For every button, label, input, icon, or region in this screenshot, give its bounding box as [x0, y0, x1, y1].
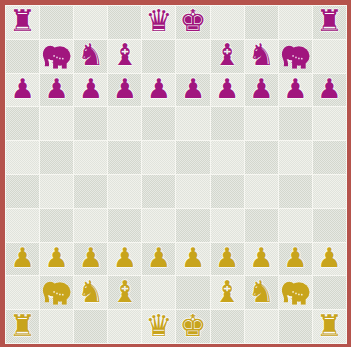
square-i6[interactable] [279, 141, 312, 174]
piece-gold-rook[interactable]: ♜ [9, 311, 36, 341]
square-j3[interactable]: ♟ [313, 243, 346, 276]
square-c3[interactable]: ♟ [74, 243, 107, 276]
square-a4[interactable] [6, 209, 39, 242]
piece-purple-knight[interactable]: ♞ [248, 40, 275, 70]
piece-gold-pawn[interactable]: ♟ [45, 244, 69, 271]
square-e9[interactable] [142, 40, 175, 73]
piece-purple-pawn[interactable]: ♟ [181, 75, 205, 102]
piece-gold-pawn[interactable]: ♟ [181, 244, 205, 271]
square-d9[interactable]: ♝ [108, 40, 141, 73]
piece-purple-bishop[interactable]: ♝ [214, 40, 241, 70]
square-e1[interactable]: ♛ [142, 310, 175, 343]
chess-board: ♜♛♚♜♞♝♝♞♟♟♟♟♟♟♟♟♟♟♟♟♟♟♟♟♟♟♟♟♞♝♝♞♜♛♚♜ [5, 5, 347, 344]
square-a1[interactable]: ♜ [6, 310, 39, 343]
square-f4[interactable] [176, 209, 209, 242]
square-c8[interactable]: ♟ [74, 74, 107, 107]
square-b3[interactable]: ♟ [40, 243, 73, 276]
piece-purple-pawn[interactable]: ♟ [113, 75, 137, 102]
piece-purple-pawn[interactable]: ♟ [249, 75, 273, 102]
square-f9[interactable] [176, 40, 209, 73]
square-g5[interactable] [211, 175, 244, 208]
square-h4[interactable] [245, 209, 278, 242]
square-b5[interactable] [40, 175, 73, 208]
square-b6[interactable] [40, 141, 73, 174]
piece-purple-rook[interactable]: ♜ [9, 6, 36, 36]
square-b4[interactable] [40, 209, 73, 242]
square-d8[interactable]: ♟ [108, 74, 141, 107]
piece-gold-bishop[interactable]: ♝ [111, 277, 138, 307]
square-f6[interactable] [176, 141, 209, 174]
square-b8[interactable]: ♟ [40, 74, 73, 107]
purple-elephant-icon [41, 40, 72, 71]
piece-purple-knight[interactable]: ♞ [77, 40, 104, 70]
square-g1[interactable] [211, 310, 244, 343]
piece-gold-pawn[interactable]: ♟ [283, 244, 307, 271]
piece-gold-king[interactable]: ♚ [180, 311, 207, 341]
square-i5[interactable] [279, 175, 312, 208]
piece-gold-pawn[interactable]: ♟ [79, 244, 103, 271]
square-g7[interactable] [211, 107, 244, 140]
square-h6[interactable] [245, 141, 278, 174]
square-i3[interactable]: ♟ [279, 243, 312, 276]
square-j9[interactable] [313, 40, 346, 73]
square-c4[interactable] [74, 209, 107, 242]
piece-purple-queen[interactable]: ♛ [145, 6, 172, 36]
square-i1[interactable] [279, 310, 312, 343]
square-j1[interactable]: ♜ [313, 310, 346, 343]
piece-purple-bishop[interactable]: ♝ [111, 40, 138, 70]
square-f2[interactable] [176, 276, 209, 309]
square-g2[interactable]: ♝ [211, 276, 244, 309]
piece-purple-pawn[interactable]: ♟ [79, 75, 103, 102]
piece-purple-pawn[interactable]: ♟ [317, 75, 341, 102]
square-f7[interactable] [176, 107, 209, 140]
square-b7[interactable] [40, 107, 73, 140]
gold-elephant-icon [41, 276, 72, 307]
square-i9[interactable] [279, 40, 312, 73]
square-b1[interactable] [40, 310, 73, 343]
square-e3[interactable]: ♟ [142, 243, 175, 276]
piece-gold-queen[interactable]: ♛ [145, 311, 172, 341]
board-frame: ♜♛♚♜♞♝♝♞♟♟♟♟♟♟♟♟♟♟♟♟♟♟♟♟♟♟♟♟♞♝♝♞♜♛♚♜ [0, 0, 351, 347]
square-a2[interactable] [6, 276, 39, 309]
square-a7[interactable] [6, 107, 39, 140]
square-b9[interactable] [40, 40, 73, 73]
piece-gold-bishop[interactable]: ♝ [214, 277, 241, 307]
square-h1[interactable] [245, 310, 278, 343]
square-h5[interactable] [245, 175, 278, 208]
piece-gold-elephant[interactable] [280, 276, 311, 307]
square-h10[interactable] [245, 6, 278, 39]
square-i4[interactable] [279, 209, 312, 242]
piece-purple-rook[interactable]: ♜ [316, 6, 343, 36]
square-c2[interactable]: ♞ [74, 276, 107, 309]
square-d5[interactable] [108, 175, 141, 208]
piece-gold-pawn[interactable]: ♟ [113, 244, 137, 271]
square-c5[interactable] [74, 175, 107, 208]
square-h7[interactable] [245, 107, 278, 140]
square-d4[interactable] [108, 209, 141, 242]
square-i8[interactable]: ♟ [279, 74, 312, 107]
square-e6[interactable] [142, 141, 175, 174]
square-e7[interactable] [142, 107, 175, 140]
square-j6[interactable] [313, 141, 346, 174]
square-e4[interactable] [142, 209, 175, 242]
square-d1[interactable] [108, 310, 141, 343]
square-c9[interactable]: ♞ [74, 40, 107, 73]
square-f3[interactable]: ♟ [176, 243, 209, 276]
square-d7[interactable] [108, 107, 141, 140]
piece-purple-elephant[interactable] [280, 40, 311, 71]
square-c7[interactable] [74, 107, 107, 140]
square-g4[interactable] [211, 209, 244, 242]
square-d3[interactable]: ♟ [108, 243, 141, 276]
piece-gold-pawn[interactable]: ♟ [147, 244, 171, 271]
square-a10[interactable]: ♜ [6, 6, 39, 39]
square-j10[interactable]: ♜ [313, 6, 346, 39]
square-a5[interactable] [6, 175, 39, 208]
square-g9[interactable]: ♝ [211, 40, 244, 73]
piece-gold-pawn[interactable]: ♟ [215, 244, 239, 271]
square-a6[interactable] [6, 141, 39, 174]
square-j7[interactable] [313, 107, 346, 140]
square-h2[interactable]: ♞ [245, 276, 278, 309]
square-j8[interactable]: ♟ [313, 74, 346, 107]
piece-purple-elephant[interactable] [41, 40, 72, 71]
square-e8[interactable]: ♟ [142, 74, 175, 107]
square-e5[interactable] [142, 175, 175, 208]
square-i7[interactable] [279, 107, 312, 140]
square-d10[interactable] [108, 6, 141, 39]
square-h9[interactable]: ♞ [245, 40, 278, 73]
square-c6[interactable] [74, 141, 107, 174]
square-b10[interactable] [40, 6, 73, 39]
piece-gold-rook[interactable]: ♜ [316, 311, 343, 341]
square-i10[interactable] [279, 6, 312, 39]
square-a8[interactable]: ♟ [6, 74, 39, 107]
square-d6[interactable] [108, 141, 141, 174]
square-b2[interactable] [40, 276, 73, 309]
square-c10[interactable] [74, 6, 107, 39]
piece-purple-pawn[interactable]: ♟ [45, 75, 69, 102]
square-g8[interactable]: ♟ [211, 74, 244, 107]
square-h8[interactable]: ♟ [245, 74, 278, 107]
piece-gold-knight[interactable]: ♞ [77, 277, 104, 307]
square-d2[interactable]: ♝ [108, 276, 141, 309]
piece-purple-pawn[interactable]: ♟ [10, 75, 34, 102]
square-f8[interactable]: ♟ [176, 74, 209, 107]
piece-purple-pawn[interactable]: ♟ [147, 75, 171, 102]
square-g6[interactable] [211, 141, 244, 174]
square-a3[interactable]: ♟ [6, 243, 39, 276]
square-a9[interactable] [6, 40, 39, 73]
square-g3[interactable]: ♟ [211, 243, 244, 276]
square-i2[interactable] [279, 276, 312, 309]
square-c1[interactable] [74, 310, 107, 343]
square-j5[interactable] [313, 175, 346, 208]
piece-gold-elephant[interactable] [41, 276, 72, 307]
square-j2[interactable] [313, 276, 346, 309]
square-e10[interactable]: ♛ [142, 6, 175, 39]
square-f1[interactable]: ♚ [176, 310, 209, 343]
square-f10[interactable]: ♚ [176, 6, 209, 39]
purple-elephant-icon [280, 40, 311, 71]
square-g10[interactable] [211, 6, 244, 39]
square-h3[interactable]: ♟ [245, 243, 278, 276]
piece-purple-pawn[interactable]: ♟ [283, 75, 307, 102]
piece-gold-knight[interactable]: ♞ [248, 277, 275, 307]
piece-gold-pawn[interactable]: ♟ [317, 244, 341, 271]
gold-elephant-icon [280, 276, 311, 307]
piece-gold-pawn[interactable]: ♟ [249, 244, 273, 271]
square-e2[interactable] [142, 276, 175, 309]
piece-purple-king[interactable]: ♚ [180, 6, 207, 36]
piece-purple-pawn[interactable]: ♟ [215, 75, 239, 102]
piece-gold-pawn[interactable]: ♟ [10, 244, 34, 271]
square-j4[interactable] [313, 209, 346, 242]
square-f5[interactable] [176, 175, 209, 208]
